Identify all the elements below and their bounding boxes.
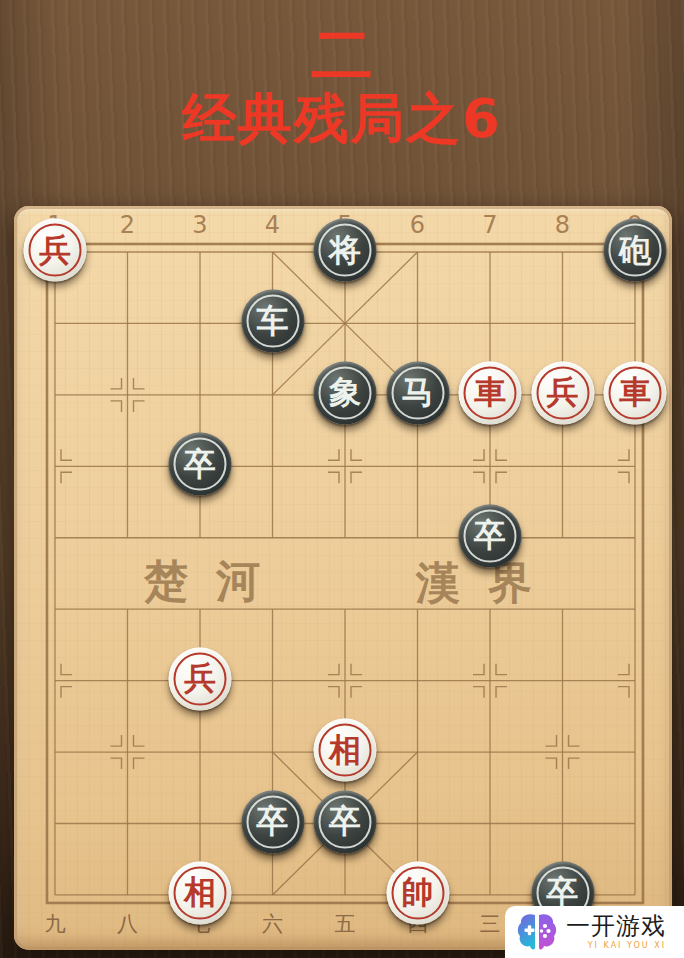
piece-glyph: 卒	[547, 876, 579, 908]
piece-black-c5r9[interactable]: 卒	[314, 790, 377, 853]
piece-glyph: 帥	[402, 876, 434, 908]
bottom-file-number-5: 五	[335, 910, 356, 938]
puzzle-number: 二	[0, 22, 684, 87]
piece-glyph: 兵	[184, 662, 216, 694]
piece-black-c3r4[interactable]: 卒	[169, 433, 232, 496]
watermark-subtitle: YI KAI YOU XI	[588, 941, 666, 950]
piece-glyph: 将	[329, 233, 361, 265]
river-label-left: 楚河	[144, 552, 288, 611]
piece-red-c6r10[interactable]: 帥	[386, 862, 449, 925]
top-file-number-3: 3	[192, 211, 207, 239]
piece-black-c6r3[interactable]: 马	[386, 361, 449, 424]
watermark-name: 一开游戏	[566, 914, 666, 939]
top-file-number-8: 8	[555, 211, 570, 239]
piece-red-c1r1[interactable]: 兵	[24, 219, 87, 282]
piece-black-c5r3[interactable]: 象	[314, 361, 377, 424]
piece-glyph: 車	[619, 376, 651, 408]
piece-glyph: 相	[329, 733, 361, 765]
watermark: 一开游戏 YI KAI YOU XI	[505, 906, 684, 958]
bottom-file-number-2: 八	[117, 910, 138, 938]
piece-black-c4r2[interactable]: 车	[241, 290, 304, 353]
puzzle-title: 二 经典残局之6	[0, 22, 684, 148]
piece-red-c3r10[interactable]: 相	[169, 862, 232, 925]
piece-glyph: 兵	[547, 376, 579, 408]
piece-black-c7r5[interactable]: 卒	[459, 504, 522, 567]
piece-black-c5r1[interactable]: 将	[314, 219, 377, 282]
bottom-file-number-1: 九	[45, 910, 66, 938]
bottom-file-number-4: 六	[262, 910, 283, 938]
top-file-number-2: 2	[120, 211, 135, 239]
piece-glyph: 马	[402, 376, 434, 408]
piece-glyph: 相	[184, 876, 216, 908]
piece-black-c9r1[interactable]: 砲	[604, 219, 667, 282]
watermark-text: 一开游戏 YI KAI YOU XI	[566, 914, 666, 949]
piece-glyph: 卒	[257, 805, 289, 837]
watermark-brain-gamepad-icon	[515, 910, 559, 954]
piece-glyph: 卒	[474, 519, 506, 551]
top-file-number-4: 4	[265, 211, 280, 239]
puzzle-name: 经典残局之6	[0, 89, 684, 148]
bottom-file-number-7: 三	[480, 910, 501, 938]
piece-red-c7r3[interactable]: 車	[459, 361, 522, 424]
piece-red-c5r8[interactable]: 相	[314, 719, 377, 782]
piece-glyph: 兵	[39, 233, 71, 265]
top-file-number-7: 7	[482, 211, 497, 239]
piece-black-c4r9[interactable]: 卒	[241, 790, 304, 853]
piece-red-c9r3[interactable]: 車	[604, 361, 667, 424]
piece-glyph: 車	[474, 376, 506, 408]
piece-glyph: 车	[257, 305, 289, 337]
piece-glyph: 卒	[329, 805, 361, 837]
piece-glyph: 卒	[184, 447, 216, 479]
piece-glyph: 砲	[619, 233, 651, 265]
piece-glyph: 象	[329, 376, 361, 408]
piece-red-c8r3[interactable]: 兵	[531, 361, 594, 424]
piece-red-c3r7[interactable]: 兵	[169, 647, 232, 710]
top-file-number-6: 6	[410, 211, 425, 239]
